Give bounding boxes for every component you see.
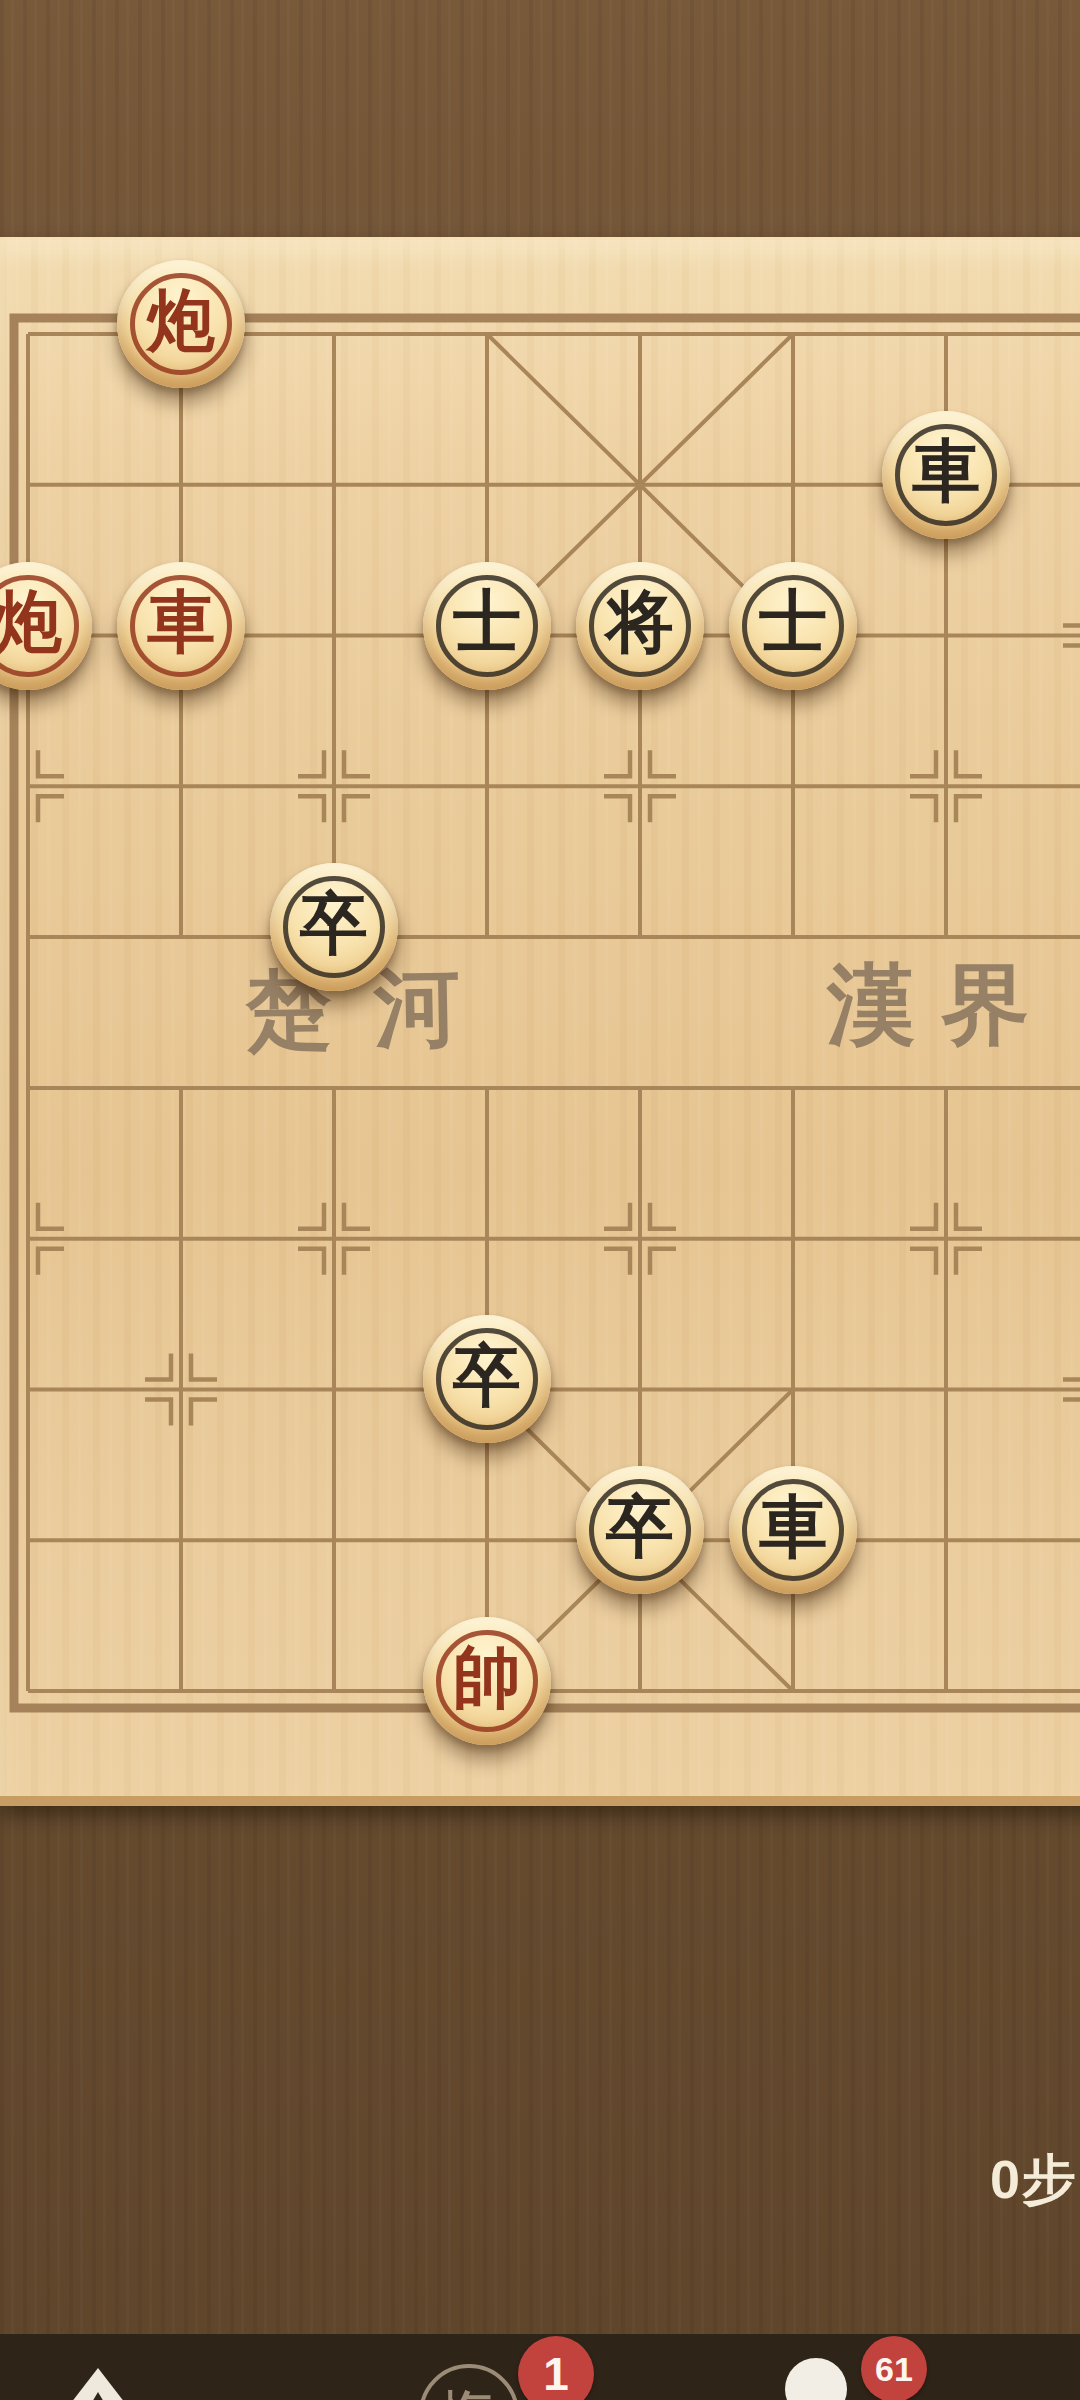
- piece-character: 将: [576, 562, 704, 690]
- river-label-right: 漢界: [827, 962, 1055, 1050]
- piece-red-chariot[interactable]: 車: [117, 562, 245, 690]
- piece-red-general[interactable]: 帥: [423, 1617, 551, 1745]
- piece-black-general[interactable]: 将: [576, 562, 704, 690]
- piece-character: 士: [423, 562, 551, 690]
- piece-black-advisor[interactable]: 士: [423, 562, 551, 690]
- app-screen: 楚河 漢界 炮車炮車士将士卒卒卒車帥 0步 悔 1 61: [0, 0, 1080, 2400]
- piece-black-chariot[interactable]: 車: [882, 411, 1010, 539]
- piece-black-chariot[interactable]: 車: [729, 1466, 857, 1594]
- right-count-badge: 61: [861, 2336, 927, 2400]
- piece-character: 帥: [423, 1617, 551, 1745]
- undo-label: 悔: [444, 2381, 494, 2400]
- piece-red-cannon[interactable]: 炮: [117, 260, 245, 388]
- piece-character: 車: [729, 1466, 857, 1594]
- piece-character: 車: [117, 562, 245, 690]
- move-counter: 0步: [990, 2152, 1078, 2206]
- piece-character: 士: [729, 562, 857, 690]
- piece-character: 炮: [117, 260, 245, 388]
- piece-character: 卒: [270, 863, 398, 991]
- piece-character: 卒: [423, 1315, 551, 1443]
- piece-black-advisor[interactable]: 士: [729, 562, 857, 690]
- piece-character: 炮: [0, 562, 92, 690]
- piece-black-soldier[interactable]: 卒: [576, 1466, 704, 1594]
- piece-red-cannon[interactable]: 炮: [0, 562, 92, 690]
- piece-character: 卒: [576, 1466, 704, 1594]
- expand-up-icon[interactable]: [64, 2368, 132, 2400]
- triangle-notch: [85, 2392, 111, 2400]
- piece-black-soldier[interactable]: 卒: [270, 863, 398, 991]
- piece-black-soldier[interactable]: 卒: [423, 1315, 551, 1443]
- piece-character: 車: [882, 411, 1010, 539]
